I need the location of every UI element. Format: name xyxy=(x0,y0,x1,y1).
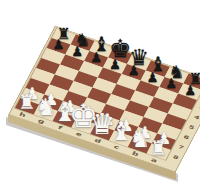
chess-set-photo: hgfedcba 12345678 ♜♞♝♚♛♝♞♜♟♟♟♟♟♟♟♟♟♟♟♟♟♟… xyxy=(0,0,200,184)
